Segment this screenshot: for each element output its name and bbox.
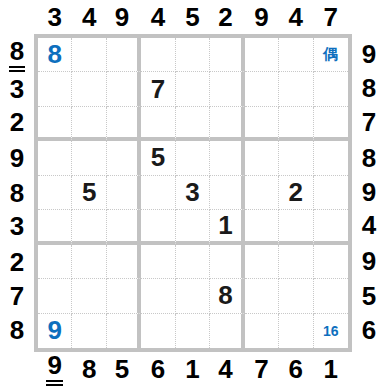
cell-r6c2[interactable] — [72, 210, 106, 245]
top-clues: 349452947 — [38, 0, 348, 34]
clue-bottom-label: 8 — [82, 354, 96, 385]
cell-r1c1[interactable]: 8 — [38, 38, 72, 72]
cell-r4c9[interactable] — [314, 141, 348, 175]
cell-value-given: 1 — [218, 210, 232, 241]
clue-top-label: 2 — [218, 2, 232, 33]
clue-top-label: 4 — [289, 2, 303, 33]
clue-left-label: 8 — [10, 178, 24, 209]
clue-right-label: 9 — [362, 246, 376, 277]
clue-top-4: 4 — [141, 0, 175, 34]
cell-r5c8[interactable]: 2 — [279, 176, 313, 210]
clue-left-2: 3 — [0, 73, 34, 107]
clue-right-label: 8 — [362, 143, 376, 174]
cell-r2c5[interactable] — [176, 72, 210, 106]
clue-top-9: 7 — [314, 0, 348, 34]
cell-r8c6[interactable]: 8 — [210, 279, 244, 313]
cell-value-given: 5 — [151, 142, 165, 173]
clue-right-label: 9 — [362, 39, 376, 70]
cell-r6c1[interactable] — [38, 210, 72, 245]
cell-r8c9[interactable] — [314, 279, 348, 313]
cell-r3c4[interactable] — [141, 107, 175, 141]
cell-r2c7[interactable] — [245, 72, 279, 106]
cell-r4c3[interactable] — [107, 141, 141, 175]
cell-r5c7[interactable] — [245, 176, 279, 210]
clue-right-7: 9 — [352, 245, 386, 279]
clue-top-label: 9 — [254, 2, 268, 33]
cell-r3c2[interactable] — [72, 107, 106, 141]
clue-left-9: 8 — [0, 314, 34, 348]
clue-bottom-4: 6 — [141, 352, 175, 386]
cell-r1c7[interactable] — [245, 38, 279, 72]
cell-r7c2[interactable] — [72, 245, 106, 279]
cell-r4c6[interactable] — [210, 141, 244, 175]
clue-right-label: 7 — [362, 107, 376, 138]
cell-r1c5[interactable] — [176, 38, 210, 72]
clue-top-6: 2 — [210, 0, 244, 34]
cell-value-given: 2 — [289, 177, 303, 208]
clue-right-4: 8 — [352, 142, 386, 176]
clue-top-label: 4 — [151, 2, 165, 33]
clue-left-5: 8 — [0, 177, 34, 211]
cell-r6c9[interactable] — [314, 210, 348, 245]
cell-r3c1[interactable] — [38, 107, 72, 141]
clue-bottom-6: 4 — [210, 352, 244, 386]
cell-r4c2[interactable] — [72, 141, 106, 175]
cell-r8c1[interactable] — [38, 279, 72, 313]
clue-bottom-label: 5 — [115, 354, 129, 385]
clue-top-1: 3 — [38, 0, 72, 34]
cell-value-given: 8 — [218, 280, 232, 311]
clue-left-label: 2 — [10, 247, 24, 278]
cell-r5c1[interactable] — [38, 176, 72, 210]
cell-r5c3[interactable] — [107, 176, 141, 210]
clue-bottom-3: 5 — [107, 352, 141, 386]
cell-r2c9[interactable] — [314, 72, 348, 106]
clue-right-5: 9 — [352, 176, 386, 210]
cell-r9c2[interactable] — [72, 314, 106, 348]
cell-r3c6[interactable] — [210, 107, 244, 141]
cell-r6c5[interactable] — [176, 210, 210, 245]
cell-value-candidates: 16 — [323, 323, 339, 339]
clue-top-3: 9 — [107, 0, 141, 34]
cell-r1c3[interactable] — [107, 38, 141, 72]
cell-r2c6[interactable] — [210, 72, 244, 106]
cell-r4c1[interactable] — [38, 141, 72, 175]
clue-top-7: 9 — [245, 0, 279, 34]
cell-r9c8[interactable] — [279, 314, 313, 348]
cell-r4c8[interactable] — [279, 141, 313, 175]
clue-right-9: 6 — [352, 314, 386, 348]
cell-r3c3[interactable] — [107, 107, 141, 141]
cell-r5c6[interactable] — [210, 176, 244, 210]
cell-r5c5[interactable]: 3 — [176, 176, 210, 210]
clue-left-label: 3 — [10, 211, 24, 242]
clue-left-label: 9 — [10, 143, 24, 174]
cell-r2c2[interactable] — [72, 72, 106, 106]
clue-top-label: 4 — [82, 2, 96, 33]
cell-r4c7[interactable] — [245, 141, 279, 175]
clue-top-label: 5 — [185, 2, 199, 33]
clue-bottom-label: 4 — [218, 354, 232, 385]
left-clues: 832983278 — [0, 38, 34, 348]
clue-left-label: 2 — [10, 107, 24, 138]
cell-r6c4[interactable] — [141, 210, 175, 245]
clue-bottom-1: 9 — [38, 352, 72, 386]
cell-value-note: 偶 — [323, 45, 338, 64]
cell-r7c4[interactable] — [141, 245, 175, 279]
clue-bottom-label: 9 — [46, 352, 62, 386]
clue-bottom-5: 1 — [176, 352, 210, 386]
clue-top-label: 9 — [115, 2, 129, 33]
cell-r3c8[interactable] — [279, 107, 313, 141]
cell-r6c8[interactable] — [279, 210, 313, 245]
cell-r8c7[interactable] — [245, 279, 279, 313]
right-clues: 987894956 — [352, 38, 386, 348]
clue-left-3: 2 — [0, 107, 34, 142]
cell-r8c3[interactable] — [107, 279, 141, 313]
sudoku-puzzle-frame: 349452947 985614761 832983278 987894956 … — [0, 0, 386, 386]
clue-left-label: 7 — [10, 281, 24, 312]
cell-value-given: 3 — [185, 177, 199, 208]
cell-r3c9[interactable] — [314, 107, 348, 141]
cell-r8c8[interactable] — [279, 279, 313, 313]
cell-r8c5[interactable] — [176, 279, 210, 313]
clue-top-5: 5 — [176, 0, 210, 34]
cell-r7c1[interactable] — [38, 245, 72, 279]
clue-right-6: 4 — [352, 210, 386, 245]
clue-right-label: 5 — [362, 281, 376, 312]
cell-value-given: 5 — [82, 177, 96, 208]
clue-bottom-2: 8 — [72, 352, 106, 386]
clue-left-label: 3 — [10, 74, 24, 105]
clue-right-2: 8 — [352, 72, 386, 106]
cell-r9c9[interactable]: 16 — [314, 314, 348, 348]
clue-left-8: 7 — [0, 280, 34, 314]
clue-bottom-8: 6 — [279, 352, 313, 386]
cell-r8c4[interactable] — [141, 279, 175, 313]
clue-top-label: 3 — [47, 2, 61, 33]
cell-r3c5[interactable] — [176, 107, 210, 141]
clue-bottom-label: 6 — [151, 354, 165, 385]
cell-r7c5[interactable] — [176, 245, 210, 279]
clue-left-label: 8 — [9, 38, 25, 72]
clue-right-label: 4 — [362, 210, 376, 241]
cell-r2c4[interactable]: 7 — [141, 72, 175, 106]
cell-r4c4[interactable]: 5 — [141, 141, 175, 175]
sudoku-board: 8偶7553218916 — [34, 34, 352, 352]
cell-r2c8[interactable] — [279, 72, 313, 106]
cell-r7c9[interactable] — [314, 245, 348, 279]
cell-r9c7[interactable] — [245, 314, 279, 348]
cell-r5c2[interactable]: 5 — [72, 176, 106, 210]
clue-left-4: 9 — [0, 142, 34, 176]
clue-right-8: 5 — [352, 279, 386, 313]
cell-r9c4[interactable] — [141, 314, 175, 348]
cell-r2c3[interactable] — [107, 72, 141, 106]
cell-value-user: 9 — [47, 315, 61, 346]
cell-r6c6[interactable]: 1 — [210, 210, 244, 245]
cell-r5c9[interactable] — [314, 176, 348, 210]
clue-right-3: 7 — [352, 107, 386, 142]
cell-r9c1[interactable]: 9 — [38, 314, 72, 348]
clue-right-label: 9 — [362, 177, 376, 208]
clue-left-7: 2 — [0, 246, 34, 280]
cell-r1c2[interactable] — [72, 38, 106, 72]
cell-r6c3[interactable] — [107, 210, 141, 245]
cell-r5c4[interactable] — [141, 176, 175, 210]
clue-bottom-label: 6 — [289, 354, 303, 385]
clue-right-label: 8 — [362, 73, 376, 104]
cell-r7c7[interactable] — [245, 245, 279, 279]
cell-value-given: 7 — [151, 74, 165, 105]
cell-r8c2[interactable] — [72, 279, 106, 313]
cell-r1c8[interactable] — [279, 38, 313, 72]
cell-r7c6[interactable] — [210, 245, 244, 279]
clue-left-1: 8 — [0, 38, 34, 73]
cell-r4c5[interactable] — [176, 141, 210, 175]
clue-bottom-9: 1 — [314, 352, 348, 386]
clue-top-8: 4 — [279, 0, 313, 34]
clue-left-label: 8 — [10, 315, 24, 346]
clue-top-2: 4 — [72, 0, 106, 34]
cell-r1c4[interactable] — [141, 38, 175, 72]
clue-bottom-label: 7 — [254, 354, 268, 385]
cell-r1c6[interactable] — [210, 38, 244, 72]
cell-r7c8[interactable] — [279, 245, 313, 279]
clue-bottom-label: 1 — [185, 354, 199, 385]
clue-top-label: 7 — [324, 2, 338, 33]
cell-r2c1[interactable] — [38, 72, 72, 106]
clue-right-1: 9 — [352, 38, 386, 72]
cell-value-user: 8 — [47, 39, 61, 70]
bottom-clues: 985614761 — [38, 352, 348, 386]
cell-r7c3[interactable] — [107, 245, 141, 279]
clue-right-label: 6 — [362, 315, 376, 346]
cell-r3c7[interactable] — [245, 107, 279, 141]
cell-r9c6[interactable] — [210, 314, 244, 348]
clue-left-6: 3 — [0, 211, 34, 246]
cell-r9c3[interactable] — [107, 314, 141, 348]
clue-bottom-label: 1 — [324, 354, 338, 385]
cell-r1c9[interactable]: 偶 — [314, 38, 348, 72]
clue-bottom-7: 7 — [245, 352, 279, 386]
cell-r9c5[interactable] — [176, 314, 210, 348]
cell-r6c7[interactable] — [245, 210, 279, 245]
